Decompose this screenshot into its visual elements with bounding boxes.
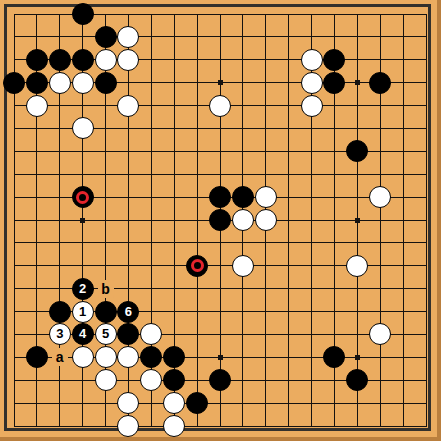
grid-line-vertical <box>403 14 404 427</box>
grid-line-horizontal <box>14 403 427 404</box>
stone-white <box>117 95 139 117</box>
stone-white <box>232 209 254 231</box>
stone-white <box>26 95 48 117</box>
grid-line-vertical <box>197 14 198 427</box>
stone-black <box>209 209 231 231</box>
stone-white <box>72 72 94 94</box>
stone-black <box>232 186 254 208</box>
move-number: 2 <box>72 278 94 300</box>
stone-white <box>209 95 231 117</box>
stone-black <box>323 72 345 94</box>
stone-white <box>49 72 71 94</box>
grid-line-horizontal <box>14 426 427 427</box>
point-label-a: a <box>52 348 68 366</box>
move-number: 3 <box>49 323 71 345</box>
stone-white <box>301 72 323 94</box>
stone-black <box>26 49 48 71</box>
move-number: 6 <box>117 301 139 323</box>
stone-black <box>209 186 231 208</box>
stone-white <box>95 346 117 368</box>
go-board-diagram: 123456ab <box>0 0 441 441</box>
image-edge-strip-bottom <box>0 437 441 441</box>
stone-black <box>26 72 48 94</box>
stone-white <box>346 255 368 277</box>
stone-white <box>117 415 139 437</box>
stone-black <box>95 72 117 94</box>
move-number: 1 <box>72 301 94 323</box>
grid-line-vertical <box>426 14 427 427</box>
move-number: 4 <box>72 323 94 345</box>
hoshi-point <box>80 218 85 223</box>
stone-black <box>49 49 71 71</box>
stone-black <box>72 3 94 25</box>
image-edge-strip-right <box>437 0 441 441</box>
stone-white <box>255 186 277 208</box>
stone-white <box>232 255 254 277</box>
stone-black <box>95 301 117 323</box>
stone-white <box>72 117 94 139</box>
stone-black <box>95 26 117 48</box>
grid-line-horizontal <box>14 242 427 243</box>
hoshi-point <box>355 218 360 223</box>
stone-black <box>72 49 94 71</box>
stone-white <box>301 95 323 117</box>
stone-black <box>369 72 391 94</box>
circle-marker <box>76 191 89 204</box>
grid-line-horizontal <box>14 174 427 175</box>
hoshi-point <box>218 80 223 85</box>
grid-line-vertical <box>288 14 289 427</box>
point-label-b: b <box>98 280 114 298</box>
hoshi-point <box>355 355 360 360</box>
move-number: 5 <box>95 323 117 345</box>
stone-white <box>163 415 185 437</box>
stone-white <box>95 49 117 71</box>
stone-black <box>49 301 71 323</box>
hoshi-point <box>218 355 223 360</box>
stone-white <box>95 369 117 391</box>
grid-line-horizontal <box>14 36 427 37</box>
stone-white <box>255 209 277 231</box>
hoshi-point <box>355 80 360 85</box>
stone-black <box>3 72 25 94</box>
circle-marker <box>191 259 204 272</box>
stone-white <box>72 346 94 368</box>
stone-white <box>301 49 323 71</box>
